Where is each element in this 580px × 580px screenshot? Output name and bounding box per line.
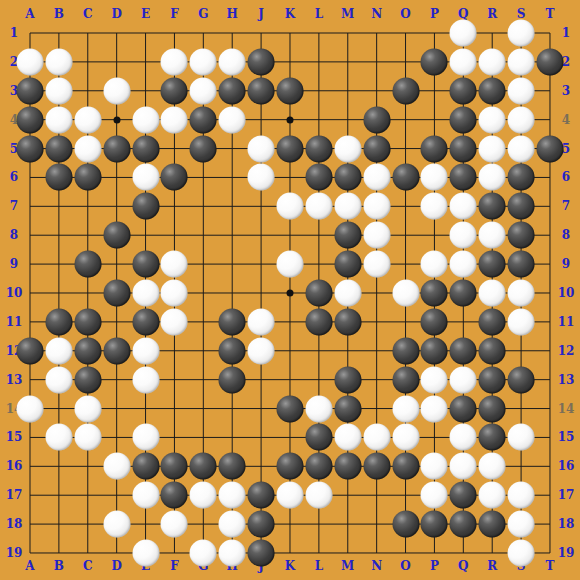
white-stone-B3 (45, 77, 72, 104)
row-label-right-6: 6 (562, 171, 570, 183)
go-board[interactable]: AABBCCDDEEFFGGHHJJKKLLMMNNOOPPQQRRSSTT11… (0, 0, 580, 580)
col-label-bottom-C: C (83, 560, 93, 572)
black-stone-L6 (305, 164, 332, 191)
white-stone-C15 (74, 424, 101, 451)
white-stone-S2 (508, 48, 535, 75)
white-stone-R2 (479, 48, 506, 75)
white-stone-E13 (132, 366, 159, 393)
black-stone-Q14 (450, 395, 477, 422)
col-label-top-K: K (285, 8, 295, 20)
black-stone-N4 (363, 106, 390, 133)
row-label-left-11: 11 (6, 316, 23, 328)
white-stone-Q1 (450, 20, 477, 47)
black-stone-Q6 (450, 164, 477, 191)
black-stone-O16 (392, 453, 419, 480)
black-stone-R15 (479, 424, 506, 451)
black-stone-M13 (334, 366, 361, 393)
white-stone-E12 (132, 337, 159, 364)
black-stone-J2 (248, 48, 275, 75)
black-stone-B5 (45, 135, 72, 162)
black-stone-L15 (305, 424, 332, 451)
col-label-top-O: O (400, 8, 410, 20)
white-stone-P7 (421, 193, 448, 220)
black-stone-B11 (45, 308, 72, 335)
white-stone-B13 (45, 366, 72, 393)
row-label-left-7: 7 (10, 200, 18, 212)
black-stone-G16 (190, 453, 217, 480)
white-stone-L14 (305, 395, 332, 422)
black-stone-T5 (536, 135, 563, 162)
black-stone-Q10 (450, 279, 477, 306)
col-label-top-S: S (517, 8, 526, 20)
col-label-bottom-B: B (54, 560, 64, 572)
black-stone-E5 (132, 135, 159, 162)
row-label-left-17: 17 (6, 489, 23, 501)
white-stone-H19 (219, 539, 246, 566)
row-label-left-15: 15 (6, 431, 23, 443)
black-stone-K3 (276, 77, 303, 104)
black-stone-P18 (421, 511, 448, 538)
white-stone-Q15 (450, 424, 477, 451)
row-label-left-16: 16 (6, 460, 23, 472)
black-stone-L16 (305, 453, 332, 480)
white-stone-N7 (363, 193, 390, 220)
black-stone-G4 (190, 106, 217, 133)
row-label-left-9: 9 (10, 258, 18, 270)
col-label-bottom-N: N (371, 560, 382, 572)
white-stone-H17 (219, 482, 246, 509)
black-stone-J3 (248, 77, 275, 104)
black-stone-S13 (508, 366, 535, 393)
col-label-top-B: B (54, 8, 64, 20)
black-stone-D10 (103, 279, 130, 306)
white-stone-R10 (479, 279, 506, 306)
white-stone-D18 (103, 511, 130, 538)
col-label-bottom-O: O (400, 560, 410, 572)
black-stone-H12 (219, 337, 246, 364)
black-stone-R13 (479, 366, 506, 393)
star-point-K4 (286, 116, 293, 123)
col-label-top-P: P (430, 8, 439, 20)
white-stone-F4 (161, 106, 188, 133)
black-stone-E7 (132, 193, 159, 220)
white-stone-J5 (248, 135, 275, 162)
white-stone-P9 (421, 251, 448, 278)
white-stone-F9 (161, 251, 188, 278)
black-stone-E11 (132, 308, 159, 335)
row-label-left-6: 6 (10, 171, 18, 183)
black-stone-M16 (334, 453, 361, 480)
col-label-top-E: E (141, 8, 150, 20)
white-stone-Q8 (450, 222, 477, 249)
black-stone-A5 (17, 135, 44, 162)
white-stone-J11 (248, 308, 275, 335)
white-stone-C4 (74, 106, 101, 133)
white-stone-S11 (508, 308, 535, 335)
white-stone-R16 (479, 453, 506, 480)
white-stone-S5 (508, 135, 535, 162)
black-stone-M8 (334, 222, 361, 249)
black-stone-N16 (363, 453, 390, 480)
col-label-top-L: L (315, 8, 323, 20)
black-stone-R14 (479, 395, 506, 422)
black-stone-R3 (479, 77, 506, 104)
col-label-top-D: D (111, 8, 121, 20)
black-stone-N5 (363, 135, 390, 162)
row-label-right-15: 15 (558, 431, 575, 443)
white-stone-E15 (132, 424, 159, 451)
black-stone-O18 (392, 511, 419, 538)
black-stone-J18 (248, 511, 275, 538)
white-stone-G17 (190, 482, 217, 509)
white-stone-H4 (219, 106, 246, 133)
col-label-top-Q: Q (458, 8, 468, 20)
black-stone-C11 (74, 308, 101, 335)
black-stone-A12 (17, 337, 44, 364)
white-stone-F18 (161, 511, 188, 538)
white-stone-C14 (74, 395, 101, 422)
black-stone-Q17 (450, 482, 477, 509)
white-stone-P14 (421, 395, 448, 422)
white-stone-C5 (74, 135, 101, 162)
black-stone-K16 (276, 453, 303, 480)
row-label-right-13: 13 (558, 374, 575, 386)
black-stone-F17 (161, 482, 188, 509)
white-stone-K7 (276, 193, 303, 220)
black-stone-M11 (334, 308, 361, 335)
black-stone-M9 (334, 251, 361, 278)
black-stone-M6 (334, 164, 361, 191)
black-stone-F6 (161, 164, 188, 191)
row-label-right-18: 18 (558, 518, 575, 530)
white-stone-R5 (479, 135, 506, 162)
white-stone-H2 (219, 48, 246, 75)
white-stone-E17 (132, 482, 159, 509)
white-stone-Q2 (450, 48, 477, 75)
white-stone-G3 (190, 77, 217, 104)
white-stone-B2 (45, 48, 72, 75)
white-stone-K9 (276, 251, 303, 278)
black-stone-K5 (276, 135, 303, 162)
black-stone-S6 (508, 164, 535, 191)
row-label-right-11: 11 (558, 316, 575, 328)
black-stone-H16 (219, 453, 246, 480)
row-label-right-16: 16 (558, 460, 575, 472)
black-stone-F16 (161, 453, 188, 480)
black-stone-O13 (392, 366, 419, 393)
white-stone-D3 (103, 77, 130, 104)
black-stone-D12 (103, 337, 130, 364)
white-stone-H18 (219, 511, 246, 538)
white-stone-S18 (508, 511, 535, 538)
white-stone-A2 (17, 48, 44, 75)
white-stone-S15 (508, 424, 535, 451)
black-stone-P2 (421, 48, 448, 75)
col-label-bottom-F: F (170, 560, 179, 572)
black-stone-R11 (479, 308, 506, 335)
black-stone-F3 (161, 77, 188, 104)
white-stone-O15 (392, 424, 419, 451)
black-stone-C9 (74, 251, 101, 278)
white-stone-M10 (334, 279, 361, 306)
black-stone-P12 (421, 337, 448, 364)
black-stone-E16 (132, 453, 159, 480)
row-label-right-14: 14 (558, 403, 575, 415)
black-stone-B6 (45, 164, 72, 191)
white-stone-Q16 (450, 453, 477, 480)
black-stone-L5 (305, 135, 332, 162)
white-stone-N8 (363, 222, 390, 249)
black-stone-Q18 (450, 511, 477, 538)
col-label-bottom-R: R (487, 560, 497, 572)
white-stone-O10 (392, 279, 419, 306)
white-stone-L17 (305, 482, 332, 509)
white-stone-Q7 (450, 193, 477, 220)
black-stone-C6 (74, 164, 101, 191)
white-stone-S4 (508, 106, 535, 133)
white-stone-K17 (276, 482, 303, 509)
white-stone-E4 (132, 106, 159, 133)
black-stone-M14 (334, 395, 361, 422)
white-stone-R8 (479, 222, 506, 249)
white-stone-G19 (190, 539, 217, 566)
black-stone-S9 (508, 251, 535, 278)
white-stone-N6 (363, 164, 390, 191)
black-stone-J19 (248, 539, 275, 566)
row-label-right-8: 8 (562, 229, 570, 241)
black-stone-G5 (190, 135, 217, 162)
white-stone-O14 (392, 395, 419, 422)
black-stone-H11 (219, 308, 246, 335)
white-stone-S10 (508, 279, 535, 306)
white-stone-A14 (17, 395, 44, 422)
col-label-top-J: J (258, 8, 264, 20)
white-stone-N9 (363, 251, 390, 278)
col-label-top-G: G (198, 8, 208, 20)
white-stone-R17 (479, 482, 506, 509)
col-label-bottom-L: L (315, 560, 323, 572)
row-label-right-19: 19 (558, 547, 575, 559)
col-label-top-M: M (341, 8, 354, 20)
black-stone-P5 (421, 135, 448, 162)
white-stone-M15 (334, 424, 361, 451)
black-stone-S7 (508, 193, 535, 220)
white-stone-S1 (508, 20, 535, 47)
white-stone-B4 (45, 106, 72, 133)
white-stone-N15 (363, 424, 390, 451)
white-stone-F11 (161, 308, 188, 335)
col-label-top-T: T (546, 8, 555, 20)
row-label-right-9: 9 (562, 258, 570, 270)
white-stone-F10 (161, 279, 188, 306)
black-stone-H3 (219, 77, 246, 104)
row-label-left-8: 8 (10, 229, 18, 241)
black-stone-S8 (508, 222, 535, 249)
white-stone-Q13 (450, 366, 477, 393)
black-stone-Q3 (450, 77, 477, 104)
white-stone-G2 (190, 48, 217, 75)
col-label-top-R: R (487, 8, 497, 20)
black-stone-O3 (392, 77, 419, 104)
black-stone-R9 (479, 251, 506, 278)
white-stone-R4 (479, 106, 506, 133)
row-label-right-3: 3 (562, 85, 570, 97)
black-stone-H13 (219, 366, 246, 393)
white-stone-J12 (248, 337, 275, 364)
white-stone-L7 (305, 193, 332, 220)
white-stone-M7 (334, 193, 361, 220)
white-stone-M5 (334, 135, 361, 162)
black-stone-R12 (479, 337, 506, 364)
col-label-bottom-D: D (111, 560, 121, 572)
black-stone-A4 (17, 106, 44, 133)
white-stone-F2 (161, 48, 188, 75)
row-label-right-10: 10 (558, 287, 575, 299)
white-stone-S17 (508, 482, 535, 509)
row-label-right-4: 4 (562, 114, 570, 126)
white-stone-P13 (421, 366, 448, 393)
white-stone-J6 (248, 164, 275, 191)
col-label-bottom-Q: Q (458, 560, 468, 572)
row-label-right-17: 17 (558, 489, 575, 501)
black-stone-E9 (132, 251, 159, 278)
black-stone-A3 (17, 77, 44, 104)
white-stone-R6 (479, 164, 506, 191)
col-label-bottom-K: K (285, 560, 295, 572)
col-label-top-A: A (25, 8, 34, 20)
white-stone-B12 (45, 337, 72, 364)
row-label-left-10: 10 (6, 287, 23, 299)
white-stone-S19 (508, 539, 535, 566)
row-label-right-1: 1 (562, 27, 570, 39)
black-stone-K14 (276, 395, 303, 422)
col-label-top-F: F (170, 8, 179, 20)
black-stone-C13 (74, 366, 101, 393)
black-stone-J17 (248, 482, 275, 509)
black-stone-L11 (305, 308, 332, 335)
white-stone-Q9 (450, 251, 477, 278)
white-stone-P17 (421, 482, 448, 509)
black-stone-Q5 (450, 135, 477, 162)
col-label-bottom-P: P (430, 560, 439, 572)
white-stone-D16 (103, 453, 130, 480)
black-stone-D5 (103, 135, 130, 162)
black-stone-R18 (479, 511, 506, 538)
black-stone-D8 (103, 222, 130, 249)
col-label-bottom-M: M (341, 560, 354, 572)
black-stone-O12 (392, 337, 419, 364)
black-stone-P11 (421, 308, 448, 335)
white-stone-P6 (421, 164, 448, 191)
white-stone-S3 (508, 77, 535, 104)
black-stone-P10 (421, 279, 448, 306)
row-label-right-7: 7 (562, 200, 570, 212)
row-label-left-13: 13 (6, 374, 23, 386)
white-stone-B15 (45, 424, 72, 451)
black-stone-T2 (536, 48, 563, 75)
black-stone-L10 (305, 279, 332, 306)
col-label-bottom-T: T (546, 560, 555, 572)
black-stone-Q12 (450, 337, 477, 364)
black-stone-R7 (479, 193, 506, 220)
row-label-left-18: 18 (6, 518, 23, 530)
star-point-D4 (113, 116, 120, 123)
white-stone-E6 (132, 164, 159, 191)
black-stone-C12 (74, 337, 101, 364)
star-point-K10 (286, 289, 293, 296)
black-stone-Q4 (450, 106, 477, 133)
col-label-top-H: H (227, 8, 238, 20)
white-stone-E10 (132, 279, 159, 306)
black-stone-O6 (392, 164, 419, 191)
row-label-left-19: 19 (6, 547, 23, 559)
col-label-bottom-A: A (25, 560, 34, 572)
col-label-top-C: C (83, 8, 93, 20)
white-stone-E19 (132, 539, 159, 566)
row-label-left-1: 1 (10, 27, 18, 39)
col-label-top-N: N (371, 8, 382, 20)
row-label-right-12: 12 (558, 345, 575, 357)
white-stone-P16 (421, 453, 448, 480)
